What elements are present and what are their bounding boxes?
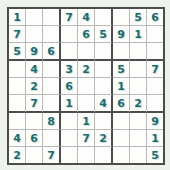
- sudoku-cell[interactable]: [9, 113, 26, 130]
- sudoku-cell[interactable]: 5: [95, 26, 113, 43]
- sudoku-cell[interactable]: [61, 130, 78, 147]
- sudoku-cell[interactable]: 1: [147, 130, 163, 147]
- sudoku-cell[interactable]: 1: [61, 95, 78, 113]
- sudoku-cell[interactable]: [43, 95, 61, 113]
- sudoku-cell[interactable]: [61, 26, 78, 43]
- sudoku-cell[interactable]: [113, 9, 130, 26]
- sudoku-cell[interactable]: 4: [26, 61, 43, 78]
- sudoku-cell[interactable]: 1: [78, 113, 95, 130]
- sudoku-cell[interactable]: [78, 43, 95, 61]
- sudoku-cell[interactable]: [26, 113, 43, 130]
- sudoku-cell[interactable]: [61, 113, 78, 130]
- sudoku-cell[interactable]: [26, 147, 43, 163]
- sudoku-cell[interactable]: 4: [9, 130, 26, 147]
- sudoku-cell[interactable]: [113, 147, 130, 163]
- sudoku-board: 1745676591596432572617146281946721275: [7, 7, 165, 165]
- sudoku-cell[interactable]: 9: [147, 113, 163, 130]
- sudoku-cell[interactable]: [26, 26, 43, 43]
- sudoku-cell[interactable]: 5: [130, 9, 147, 26]
- sudoku-cell[interactable]: 6: [113, 95, 130, 113]
- sudoku-cell[interactable]: 4: [95, 95, 113, 113]
- sudoku-cell[interactable]: 6: [147, 9, 163, 26]
- sudoku-cell[interactable]: 7: [43, 147, 61, 163]
- sudoku-cell[interactable]: [113, 130, 130, 147]
- sudoku-cell[interactable]: 3: [61, 61, 78, 78]
- sudoku-cell[interactable]: [9, 61, 26, 78]
- sudoku-cell[interactable]: [113, 43, 130, 61]
- sudoku-cell[interactable]: [43, 78, 61, 95]
- sudoku-cell[interactable]: 2: [9, 147, 26, 163]
- sudoku-cell[interactable]: [61, 43, 78, 61]
- sudoku-cell[interactable]: 8: [43, 113, 61, 130]
- sudoku-cell[interactable]: [95, 147, 113, 163]
- sudoku-cell[interactable]: 2: [26, 78, 43, 95]
- sudoku-cell[interactable]: [61, 147, 78, 163]
- sudoku-cell[interactable]: 9: [113, 26, 130, 43]
- sudoku-cell[interactable]: [43, 9, 61, 26]
- sudoku-cell[interactable]: [147, 26, 163, 43]
- sudoku-cell[interactable]: [78, 78, 95, 95]
- sudoku-cell[interactable]: 1: [130, 26, 147, 43]
- sudoku-cell[interactable]: 2: [78, 61, 95, 78]
- sudoku-cell[interactable]: 1: [113, 78, 130, 95]
- sudoku-cell[interactable]: [9, 95, 26, 113]
- sudoku-cell[interactable]: 5: [147, 147, 163, 163]
- sudoku-cell[interactable]: [9, 78, 26, 95]
- sudoku-cell[interactable]: [130, 113, 147, 130]
- sudoku-cell[interactable]: [147, 78, 163, 95]
- sudoku-cell[interactable]: [95, 43, 113, 61]
- sudoku-cell[interactable]: 1: [9, 9, 26, 26]
- sudoku-cell[interactable]: [130, 61, 147, 78]
- sudoku-cell[interactable]: 6: [43, 43, 61, 61]
- sudoku-cell[interactable]: 6: [26, 130, 43, 147]
- sudoku-cell[interactable]: [147, 43, 163, 61]
- sudoku-cell[interactable]: 7: [78, 130, 95, 147]
- sudoku-cell[interactable]: [130, 43, 147, 61]
- sudoku-cell[interactable]: [26, 9, 43, 26]
- sudoku-cell[interactable]: 6: [78, 26, 95, 43]
- sudoku-cell[interactable]: 2: [130, 95, 147, 113]
- sudoku-cell[interactable]: [130, 130, 147, 147]
- sudoku-cell[interactable]: 4: [78, 9, 95, 26]
- sudoku-cell[interactable]: 5: [113, 61, 130, 78]
- sudoku-cell[interactable]: [43, 61, 61, 78]
- sudoku-cell[interactable]: [95, 61, 113, 78]
- sudoku-cell[interactable]: 7: [26, 95, 43, 113]
- sudoku-cell[interactable]: 5: [9, 43, 26, 61]
- sudoku-cell[interactable]: 7: [147, 61, 163, 78]
- sudoku-cell[interactable]: [78, 95, 95, 113]
- sudoku-cell[interactable]: 9: [26, 43, 43, 61]
- sudoku-cell[interactable]: [147, 95, 163, 113]
- sudoku-cell[interactable]: [95, 113, 113, 130]
- sudoku-cell[interactable]: 7: [9, 26, 26, 43]
- sudoku-cell[interactable]: 2: [95, 130, 113, 147]
- sudoku-cell[interactable]: [78, 147, 95, 163]
- sudoku-cell[interactable]: [95, 9, 113, 26]
- sudoku-cell[interactable]: [130, 78, 147, 95]
- sudoku-cell[interactable]: 7: [61, 9, 78, 26]
- sudoku-cell[interactable]: [43, 26, 61, 43]
- sudoku-cell[interactable]: [95, 78, 113, 95]
- sudoku-cell[interactable]: [113, 113, 130, 130]
- sudoku-cell[interactable]: 6: [61, 78, 78, 95]
- sudoku-cell[interactable]: [43, 130, 61, 147]
- sudoku-cell[interactable]: [130, 147, 147, 163]
